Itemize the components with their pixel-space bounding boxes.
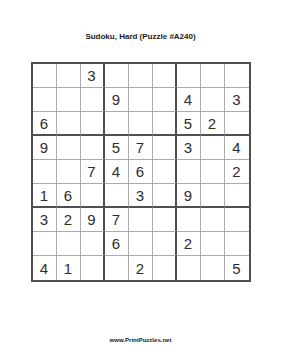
- cell-r6c8: [201, 184, 225, 208]
- cell-r5c8: [201, 160, 225, 184]
- cell-r8c8: [201, 232, 225, 256]
- cell-r3c7: 5: [177, 112, 201, 136]
- cell-r8c7: 2: [177, 232, 201, 256]
- cell-r5c5: 6: [129, 160, 153, 184]
- cell-r6c4: [105, 184, 129, 208]
- cell-r3c3: [81, 112, 105, 136]
- cell-r7c5: [129, 208, 153, 232]
- cell-r8c1: [33, 232, 57, 256]
- cell-r1c4: [105, 64, 129, 88]
- cell-r5c6: [153, 160, 177, 184]
- cell-r6c2: 6: [57, 184, 81, 208]
- cell-r6c5: 3: [129, 184, 153, 208]
- cell-r3c4: [105, 112, 129, 136]
- cell-r6c3: [81, 184, 105, 208]
- cell-r9c5: 2: [129, 256, 153, 280]
- cell-r1c6: [153, 64, 177, 88]
- cell-r6c7: 9: [177, 184, 201, 208]
- cell-r9c4: [105, 256, 129, 280]
- cell-r1c8: [201, 64, 225, 88]
- cell-r7c9: [225, 208, 249, 232]
- cell-r2c3: [81, 88, 105, 112]
- footer-url: www.PrintPuzzles.net: [0, 337, 281, 343]
- cell-r2c1: [33, 88, 57, 112]
- cell-r2c2: [57, 88, 81, 112]
- cell-r8c9: [225, 232, 249, 256]
- cell-r4c2: [57, 136, 81, 160]
- cell-r2c8: [201, 88, 225, 112]
- cell-r4c5: 7: [129, 136, 153, 160]
- cell-r4c9: 4: [225, 136, 249, 160]
- cell-r7c7: [177, 208, 201, 232]
- cell-r1c2: [57, 64, 81, 88]
- cell-r8c6: [153, 232, 177, 256]
- cell-r5c2: [57, 160, 81, 184]
- cell-r8c2: [57, 232, 81, 256]
- cell-r1c5: [129, 64, 153, 88]
- cell-r7c4: 7: [105, 208, 129, 232]
- cell-r1c1: [33, 64, 57, 88]
- cell-r2c5: [129, 88, 153, 112]
- cell-r3c6: [153, 112, 177, 136]
- cell-r4c3: [81, 136, 105, 160]
- cell-r3c8: 2: [201, 112, 225, 136]
- cell-r4c6: [153, 136, 177, 160]
- cell-r1c7: [177, 64, 201, 88]
- cell-r6c9: [225, 184, 249, 208]
- cell-r5c9: 2: [225, 160, 249, 184]
- cell-r6c6: [153, 184, 177, 208]
- cell-r4c8: [201, 136, 225, 160]
- cell-r4c4: 5: [105, 136, 129, 160]
- cell-r5c7: [177, 160, 201, 184]
- cell-r7c3: 9: [81, 208, 105, 232]
- cell-r8c3: [81, 232, 105, 256]
- cell-r8c5: [129, 232, 153, 256]
- cell-r9c6: [153, 256, 177, 280]
- cell-r1c9: [225, 64, 249, 88]
- cell-r9c9: 5: [225, 256, 249, 280]
- cell-r7c6: [153, 208, 177, 232]
- cell-r2c4: 9: [105, 88, 129, 112]
- cell-r3c2: [57, 112, 81, 136]
- cell-r3c1: 6: [33, 112, 57, 136]
- cell-r7c1: 3: [33, 208, 57, 232]
- cell-r6c1: 1: [33, 184, 57, 208]
- cell-r2c9: 3: [225, 88, 249, 112]
- cell-r4c1: 9: [33, 136, 57, 160]
- puzzle-page: Sudoku, Hard (Puzzle #A240) 394365295734…: [0, 0, 281, 363]
- cell-r8c4: 6: [105, 232, 129, 256]
- cell-r5c3: 7: [81, 160, 105, 184]
- cell-r5c1: [33, 160, 57, 184]
- cell-r9c8: [201, 256, 225, 280]
- cell-r2c7: 4: [177, 88, 201, 112]
- cell-r7c8: [201, 208, 225, 232]
- cell-r9c7: [177, 256, 201, 280]
- cell-r7c2: 2: [57, 208, 81, 232]
- cell-r1c3: 3: [81, 64, 105, 88]
- cell-r3c9: [225, 112, 249, 136]
- sudoku-board: 394365295734746216393297624125: [31, 62, 251, 282]
- cell-r5c4: 4: [105, 160, 129, 184]
- cell-r9c2: 1: [57, 256, 81, 280]
- cell-r3c5: [129, 112, 153, 136]
- cell-r9c3: [81, 256, 105, 280]
- cell-r2c6: [153, 88, 177, 112]
- cell-r4c7: 3: [177, 136, 201, 160]
- cell-r9c1: 4: [33, 256, 57, 280]
- puzzle-title: Sudoku, Hard (Puzzle #A240): [0, 32, 281, 41]
